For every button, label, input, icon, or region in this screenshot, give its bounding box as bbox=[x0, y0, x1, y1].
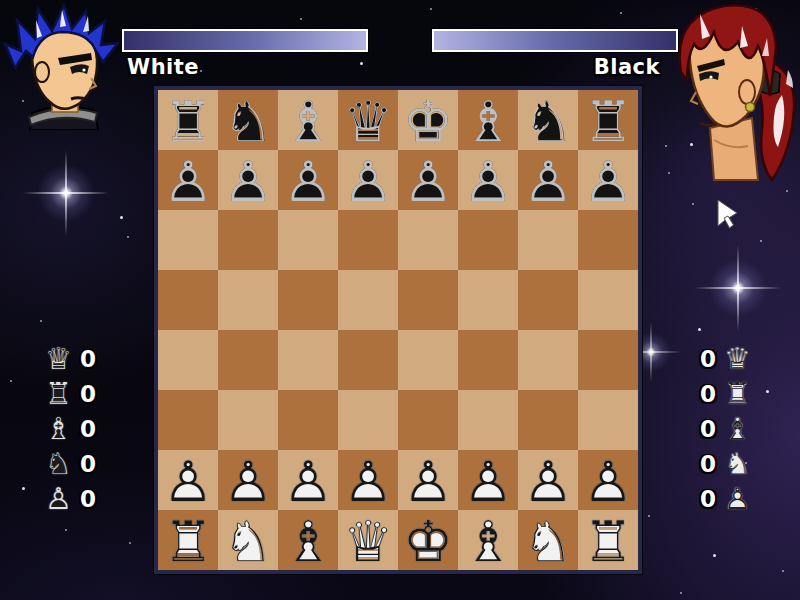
square-d1[interactable]: ♛♕ bbox=[338, 510, 398, 570]
captured-count-knight: 0 bbox=[80, 451, 96, 477]
captured-count-rook: 0 bbox=[700, 381, 716, 407]
star bbox=[760, 240, 762, 242]
piece-white-pawn: ♟♙ bbox=[398, 450, 458, 510]
queen-icon: ♛♕ bbox=[42, 342, 75, 375]
piece-white-pawn: ♟♙ bbox=[218, 450, 278, 510]
star bbox=[620, 12, 622, 14]
square-c6[interactable] bbox=[278, 210, 338, 270]
star bbox=[786, 190, 788, 192]
square-g8[interactable]: ♞♘ bbox=[518, 90, 578, 150]
square-b1[interactable]: ♞♘ bbox=[218, 510, 278, 570]
flare-star bbox=[21, 148, 111, 238]
piece-white-pawn: ♟♙ bbox=[338, 450, 398, 510]
captured-row-queen: 0♛♕ bbox=[700, 343, 754, 374]
square-h7[interactable]: ♟♙ bbox=[578, 150, 638, 210]
star bbox=[680, 592, 682, 594]
piece-black-pawn: ♟♙ bbox=[278, 150, 338, 210]
star bbox=[360, 62, 363, 65]
piece-black-queen: ♛♕ bbox=[338, 90, 398, 150]
white-health-bar bbox=[122, 29, 368, 52]
chess-board: ♜♖♞♘♝♗♛♕♚♔♝♗♞♘♜♖♟♙♟♙♟♙♟♙♟♙♟♙♟♙♟♙♟♙♟♙♟♙♟♙… bbox=[158, 90, 638, 570]
star bbox=[10, 380, 12, 382]
square-g7[interactable]: ♟♙ bbox=[518, 150, 578, 210]
square-b3[interactable] bbox=[218, 390, 278, 450]
square-g2[interactable]: ♟♙ bbox=[518, 450, 578, 510]
square-a6[interactable] bbox=[158, 210, 218, 270]
square-c2[interactable]: ♟♙ bbox=[278, 450, 338, 510]
piece-black-pawn: ♟♙ bbox=[578, 150, 638, 210]
square-f6[interactable] bbox=[458, 210, 518, 270]
piece-black-knight: ♞♘ bbox=[218, 90, 278, 150]
star bbox=[129, 542, 131, 544]
captured-count-pawn: 0 bbox=[700, 486, 716, 512]
square-b5[interactable] bbox=[218, 270, 278, 330]
knight-icon: ♞♘ bbox=[721, 447, 754, 480]
piece-black-pawn: ♟♙ bbox=[398, 150, 458, 210]
piece-white-queen: ♛♕ bbox=[338, 510, 398, 570]
square-e4[interactable] bbox=[398, 330, 458, 390]
square-e5[interactable] bbox=[398, 270, 458, 330]
square-h6[interactable] bbox=[578, 210, 638, 270]
captured-row-bishop: 0♝♗ bbox=[700, 413, 754, 444]
black-health-bar bbox=[432, 29, 678, 52]
star bbox=[120, 216, 123, 219]
square-a8[interactable]: ♜♖ bbox=[158, 90, 218, 150]
star bbox=[40, 320, 42, 322]
square-d4[interactable] bbox=[338, 330, 398, 390]
square-f1[interactable]: ♝♗ bbox=[458, 510, 518, 570]
piece-white-bishop: ♝♗ bbox=[458, 510, 518, 570]
square-a7[interactable]: ♟♙ bbox=[158, 150, 218, 210]
piece-white-rook: ♜♖ bbox=[578, 510, 638, 570]
captured-tray-black: 0♛♕0♜♖0♝♗0♞♘0♟♙ bbox=[700, 343, 754, 514]
star bbox=[65, 529, 67, 531]
piece-white-knight: ♞♘ bbox=[518, 510, 578, 570]
square-e7[interactable]: ♟♙ bbox=[398, 150, 458, 210]
captured-row-knight: 0♞♘ bbox=[700, 448, 754, 479]
rook-icon: ♜♖ bbox=[42, 377, 75, 410]
square-f7[interactable]: ♟♙ bbox=[458, 150, 518, 210]
star bbox=[430, 8, 432, 10]
star bbox=[692, 203, 694, 205]
square-f8[interactable]: ♝♗ bbox=[458, 90, 518, 150]
square-a5[interactable] bbox=[158, 270, 218, 330]
square-f5[interactable] bbox=[458, 270, 518, 330]
star bbox=[22, 487, 25, 490]
square-g3[interactable] bbox=[518, 390, 578, 450]
square-a4[interactable] bbox=[158, 330, 218, 390]
square-f4[interactable] bbox=[458, 330, 518, 390]
captured-count-rook: 0 bbox=[80, 381, 96, 407]
captured-row-pawn: 0♟♙ bbox=[700, 483, 754, 514]
piece-black-pawn: ♟♙ bbox=[518, 150, 578, 210]
square-h5[interactable] bbox=[578, 270, 638, 330]
square-e8[interactable]: ♚♔ bbox=[398, 90, 458, 150]
square-d5[interactable] bbox=[338, 270, 398, 330]
captured-count-bishop: 0 bbox=[700, 416, 716, 442]
square-c8[interactable]: ♝♗ bbox=[278, 90, 338, 150]
square-h3[interactable] bbox=[578, 390, 638, 450]
piece-black-pawn: ♟♙ bbox=[338, 150, 398, 210]
captured-row-bishop: ♝♗0 bbox=[42, 413, 96, 444]
piece-white-pawn: ♟♙ bbox=[518, 450, 578, 510]
square-f2[interactable]: ♟♙ bbox=[458, 450, 518, 510]
captured-count-knight: 0 bbox=[700, 451, 716, 477]
square-g5[interactable] bbox=[518, 270, 578, 330]
piece-white-bishop: ♝♗ bbox=[278, 510, 338, 570]
square-h1[interactable]: ♜♖ bbox=[578, 510, 638, 570]
square-e3[interactable] bbox=[398, 390, 458, 450]
square-h4[interactable] bbox=[578, 330, 638, 390]
star bbox=[200, 70, 202, 72]
piece-black-rook: ♜♖ bbox=[158, 90, 218, 150]
star bbox=[782, 570, 784, 572]
black-player-label: Black bbox=[432, 55, 660, 79]
square-d3[interactable] bbox=[338, 390, 398, 450]
piece-black-rook: ♜♖ bbox=[578, 90, 638, 150]
knight-icon: ♞♘ bbox=[42, 447, 75, 480]
square-b6[interactable] bbox=[218, 210, 278, 270]
star bbox=[127, 236, 129, 238]
piece-black-bishop: ♝♗ bbox=[458, 90, 518, 150]
star bbox=[300, 18, 302, 20]
star bbox=[713, 554, 716, 557]
square-a3[interactable] bbox=[158, 390, 218, 450]
square-d7[interactable]: ♟♙ bbox=[338, 150, 398, 210]
piece-white-knight: ♞♘ bbox=[218, 510, 278, 570]
pawn-icon: ♟♙ bbox=[42, 482, 75, 515]
square-c4[interactable] bbox=[278, 330, 338, 390]
piece-white-rook: ♜♖ bbox=[158, 510, 218, 570]
square-h2[interactable]: ♟♙ bbox=[578, 450, 638, 510]
star bbox=[665, 145, 667, 147]
captured-count-queen: 0 bbox=[80, 346, 96, 372]
square-e1[interactable]: ♚♔ bbox=[398, 510, 458, 570]
square-d6[interactable] bbox=[338, 210, 398, 270]
square-d2[interactable]: ♟♙ bbox=[338, 450, 398, 510]
piece-black-pawn: ♟♙ bbox=[218, 150, 278, 210]
rook-icon: ♜♖ bbox=[721, 377, 754, 410]
white-player-portrait bbox=[2, 2, 122, 130]
star bbox=[766, 390, 769, 393]
captured-row-queen: ♛♕0 bbox=[42, 343, 96, 374]
square-b7[interactable]: ♟♙ bbox=[218, 150, 278, 210]
game-window: White Black ♜♖♞♘♝♗♛♕♚♔♝♗♞♘♜♖♟♙♟♙♟♙♟♙♟♙♟♙… bbox=[0, 0, 800, 600]
captured-count-queen: 0 bbox=[700, 346, 716, 372]
piece-white-king: ♚♔ bbox=[398, 510, 458, 570]
captured-row-rook: 0♜♖ bbox=[700, 378, 754, 409]
bishop-icon: ♝♗ bbox=[42, 412, 75, 445]
square-b4[interactable] bbox=[218, 330, 278, 390]
square-g1[interactable]: ♞♘ bbox=[518, 510, 578, 570]
square-b2[interactable]: ♟♙ bbox=[218, 450, 278, 510]
captured-row-rook: ♜♖0 bbox=[42, 378, 96, 409]
piece-black-knight: ♞♘ bbox=[518, 90, 578, 150]
captured-count-bishop: 0 bbox=[80, 416, 96, 442]
square-e2[interactable]: ♟♙ bbox=[398, 450, 458, 510]
bishop-icon: ♝♗ bbox=[721, 412, 754, 445]
captured-count-pawn: 0 bbox=[80, 486, 96, 512]
piece-black-pawn: ♟♙ bbox=[158, 150, 218, 210]
captured-tray-white: ♛♕0♜♖0♝♗0♞♘0♟♙0 bbox=[42, 343, 96, 514]
square-c7[interactable]: ♟♙ bbox=[278, 150, 338, 210]
piece-black-king: ♚♔ bbox=[398, 90, 458, 150]
piece-white-pawn: ♟♙ bbox=[158, 450, 218, 510]
flare-star bbox=[693, 243, 783, 333]
pawn-icon: ♟♙ bbox=[721, 482, 754, 515]
queen-icon: ♛♕ bbox=[721, 342, 754, 375]
square-a1[interactable]: ♜♖ bbox=[158, 510, 218, 570]
piece-white-pawn: ♟♙ bbox=[578, 450, 638, 510]
captured-row-pawn: ♟♙0 bbox=[42, 483, 96, 514]
square-a2[interactable]: ♟♙ bbox=[158, 450, 218, 510]
square-g6[interactable] bbox=[518, 210, 578, 270]
square-d8[interactable]: ♛♕ bbox=[338, 90, 398, 150]
piece-white-pawn: ♟♙ bbox=[278, 450, 338, 510]
board-frame: ♜♖♞♘♝♗♛♕♚♔♝♗♞♘♜♖♟♙♟♙♟♙♟♙♟♙♟♙♟♙♟♙♟♙♟♙♟♙♟♙… bbox=[154, 86, 642, 574]
piece-black-bishop: ♝♗ bbox=[278, 90, 338, 150]
black-player-portrait bbox=[670, 0, 800, 185]
square-c3[interactable] bbox=[278, 390, 338, 450]
square-e6[interactable] bbox=[398, 210, 458, 270]
captured-row-knight: ♞♘0 bbox=[42, 448, 96, 479]
piece-white-pawn: ♟♙ bbox=[458, 450, 518, 510]
piece-black-pawn: ♟♙ bbox=[458, 150, 518, 210]
square-g4[interactable] bbox=[518, 330, 578, 390]
square-b8[interactable]: ♞♘ bbox=[218, 90, 278, 150]
square-c1[interactable]: ♝♗ bbox=[278, 510, 338, 570]
square-c5[interactable] bbox=[278, 270, 338, 330]
square-f3[interactable] bbox=[458, 390, 518, 450]
mouse-cursor bbox=[715, 199, 743, 231]
star bbox=[648, 515, 650, 517]
star bbox=[698, 328, 701, 331]
square-h8[interactable]: ♜♖ bbox=[578, 90, 638, 150]
white-player-label: White bbox=[127, 55, 199, 79]
